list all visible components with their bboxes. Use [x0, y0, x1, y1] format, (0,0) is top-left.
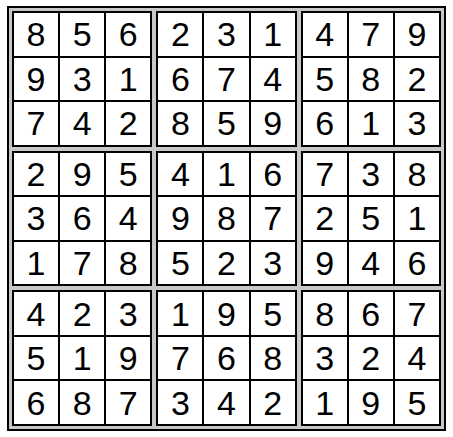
cell-r1c8[interactable]: 7 [349, 13, 393, 56]
cell-r7c4[interactable]: 1 [158, 292, 202, 335]
box-r3c3: 867324195 [301, 290, 441, 426]
box-r3c1: 423519687 [12, 290, 152, 426]
cell-r8c6[interactable]: 8 [251, 337, 295, 380]
cell-r8c5[interactable]: 6 [204, 337, 248, 380]
cell-r3c7[interactable]: 6 [303, 102, 347, 145]
cell-r3c5[interactable]: 5 [204, 102, 248, 145]
cell-r2c3[interactable]: 1 [106, 58, 150, 101]
cell-r3c1[interactable]: 7 [14, 102, 58, 145]
cell-r1c2[interactable]: 5 [60, 13, 104, 56]
cell-r6c2[interactable]: 7 [60, 242, 104, 285]
cell-r9c2[interactable]: 8 [60, 381, 104, 424]
box-r2c3: 738251946 [301, 151, 441, 287]
cell-r4c6[interactable]: 6 [251, 153, 295, 196]
page: 8569317422316748594795826132953641784169… [0, 0, 453, 437]
cell-r6c4[interactable]: 5 [158, 242, 202, 285]
cell-r1c7[interactable]: 4 [303, 13, 347, 56]
cell-r9c9[interactable]: 5 [395, 381, 439, 424]
cell-r5c8[interactable]: 5 [349, 197, 393, 240]
cell-r1c3[interactable]: 6 [106, 13, 150, 56]
cell-r9c5[interactable]: 4 [204, 381, 248, 424]
cell-r8c7[interactable]: 3 [303, 337, 347, 380]
box-r3c2: 195768342 [156, 290, 296, 426]
cell-r3c9[interactable]: 3 [395, 102, 439, 145]
cell-r1c1[interactable]: 8 [14, 13, 58, 56]
cell-r3c3[interactable]: 2 [106, 102, 150, 145]
sudoku-board: 8569317422316748594795826132953641784169… [7, 6, 446, 431]
cell-r1c6[interactable]: 1 [251, 13, 295, 56]
cell-r5c7[interactable]: 2 [303, 197, 347, 240]
cell-r9c3[interactable]: 7 [106, 381, 150, 424]
cell-r7c6[interactable]: 5 [251, 292, 295, 335]
cell-r8c3[interactable]: 9 [106, 337, 150, 380]
cell-r5c5[interactable]: 8 [204, 197, 248, 240]
box-r2c1: 295364178 [12, 151, 152, 287]
box-r1c2: 231674859 [156, 11, 296, 147]
cell-r9c1[interactable]: 6 [14, 381, 58, 424]
cell-r6c1[interactable]: 1 [14, 242, 58, 285]
cell-r2c4[interactable]: 6 [158, 58, 202, 101]
cell-r4c3[interactable]: 5 [106, 153, 150, 196]
cell-r1c5[interactable]: 3 [204, 13, 248, 56]
cell-r4c5[interactable]: 1 [204, 153, 248, 196]
cell-r2c7[interactable]: 5 [303, 58, 347, 101]
cell-r1c9[interactable]: 9 [395, 13, 439, 56]
cell-r5c4[interactable]: 9 [158, 197, 202, 240]
cell-r7c8[interactable]: 6 [349, 292, 393, 335]
cell-r6c5[interactable]: 2 [204, 242, 248, 285]
cell-r7c7[interactable]: 8 [303, 292, 347, 335]
cell-r4c2[interactable]: 9 [60, 153, 104, 196]
cell-r8c2[interactable]: 1 [60, 337, 104, 380]
cell-r3c4[interactable]: 8 [158, 102, 202, 145]
cell-r7c1[interactable]: 4 [14, 292, 58, 335]
cell-r8c9[interactable]: 4 [395, 337, 439, 380]
cell-r9c6[interactable]: 2 [251, 381, 295, 424]
cell-r2c1[interactable]: 9 [14, 58, 58, 101]
cell-r7c2[interactable]: 2 [60, 292, 104, 335]
cell-r2c6[interactable]: 4 [251, 58, 295, 101]
cell-r6c3[interactable]: 8 [106, 242, 150, 285]
cell-r7c9[interactable]: 7 [395, 292, 439, 335]
box-r2c2: 416987523 [156, 151, 296, 287]
cell-r5c1[interactable]: 3 [14, 197, 58, 240]
cell-r6c8[interactable]: 4 [349, 242, 393, 285]
cell-r8c4[interactable]: 7 [158, 337, 202, 380]
cell-r5c6[interactable]: 7 [251, 197, 295, 240]
cell-r4c1[interactable]: 2 [14, 153, 58, 196]
cell-r3c2[interactable]: 4 [60, 102, 104, 145]
cell-r8c1[interactable]: 5 [14, 337, 58, 380]
cell-r8c8[interactable]: 2 [349, 337, 393, 380]
cell-r7c5[interactable]: 9 [204, 292, 248, 335]
cell-r2c5[interactable]: 7 [204, 58, 248, 101]
cell-r9c4[interactable]: 3 [158, 381, 202, 424]
cell-r1c4[interactable]: 2 [158, 13, 202, 56]
box-r1c3: 479582613 [301, 11, 441, 147]
cell-r6c9[interactable]: 6 [395, 242, 439, 285]
cell-r9c8[interactable]: 9 [349, 381, 393, 424]
cell-r2c9[interactable]: 2 [395, 58, 439, 101]
cell-r2c8[interactable]: 8 [349, 58, 393, 101]
cell-r3c6[interactable]: 9 [251, 102, 295, 145]
cell-r4c4[interactable]: 4 [158, 153, 202, 196]
cell-r4c9[interactable]: 8 [395, 153, 439, 196]
cell-r5c3[interactable]: 4 [106, 197, 150, 240]
box-r1c1: 856931742 [12, 11, 152, 147]
cell-r5c9[interactable]: 1 [395, 197, 439, 240]
cell-r6c7[interactable]: 9 [303, 242, 347, 285]
cell-r7c3[interactable]: 3 [106, 292, 150, 335]
cell-r4c8[interactable]: 3 [349, 153, 393, 196]
cell-r3c8[interactable]: 1 [349, 102, 393, 145]
cell-r2c2[interactable]: 3 [60, 58, 104, 101]
cell-r4c7[interactable]: 7 [303, 153, 347, 196]
cell-r9c7[interactable]: 1 [303, 381, 347, 424]
cell-r5c2[interactable]: 6 [60, 197, 104, 240]
cell-r6c6[interactable]: 3 [251, 242, 295, 285]
